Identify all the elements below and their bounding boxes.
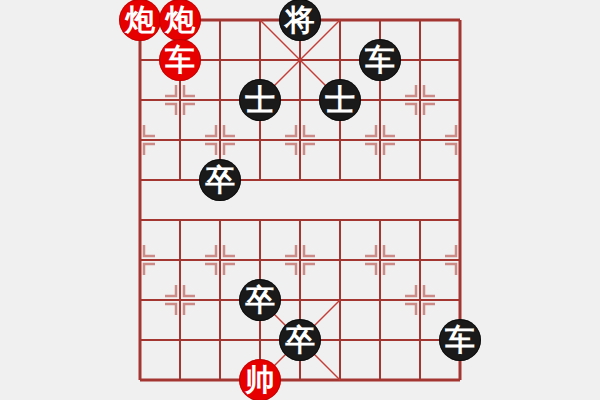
piece-black-general[interactable]: 将: [279, 0, 321, 41]
piece-red-cannon[interactable]: 炮: [119, 0, 161, 41]
piece-black-soldier[interactable]: 卒: [279, 319, 321, 361]
piece-black-chariot[interactable]: 车: [439, 319, 481, 361]
piece-black-advisor[interactable]: 士: [319, 79, 361, 121]
board-piece-grid: 炮炮将车车士士卒卒卒车帅: [120, 0, 480, 400]
piece-red-cannon[interactable]: 炮: [159, 0, 201, 41]
piece-black-soldier[interactable]: 卒: [199, 159, 241, 201]
piece-red-general[interactable]: 帅: [239, 359, 281, 400]
piece-red-chariot[interactable]: 车: [159, 39, 201, 81]
piece-black-advisor[interactable]: 士: [239, 79, 281, 121]
xiangqi-diagram: 炮炮将车车士士卒卒卒车帅: [0, 0, 600, 400]
piece-black-chariot[interactable]: 车: [359, 39, 401, 81]
piece-black-soldier[interactable]: 卒: [239, 279, 281, 321]
